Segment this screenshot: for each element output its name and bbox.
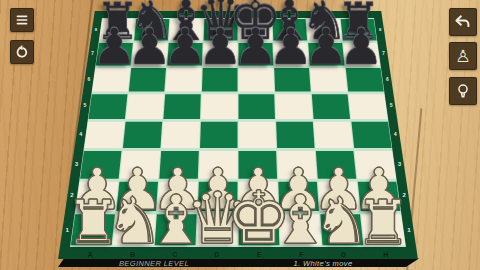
square-g6[interactable]: [0, 0, 480, 270]
square-a7[interactable]: [0, 0, 480, 270]
square-d4[interactable]: [0, 0, 480, 270]
square-g4[interactable]: [0, 0, 480, 270]
square-d7[interactable]: [0, 0, 480, 270]
board-grid: [0, 0, 480, 270]
square-d3[interactable]: [0, 0, 480, 270]
rank-label-1-left: 1: [65, 226, 68, 232]
square-e1[interactable]: [0, 0, 480, 270]
board-frame: [0, 0, 480, 270]
wood-seam-left: [60, 0, 94, 255]
square-c4[interactable]: [0, 0, 480, 270]
board-base: BEGINNER LEVEL 1. White's move: [0, 0, 480, 270]
piece-black-knight-b8[interactable]: ♞: [128, 0, 176, 48]
square-b4[interactable]: [0, 0, 480, 270]
square-b8[interactable]: [0, 0, 480, 270]
chess-board: ABCDEFGH1122334455667788: [0, 0, 480, 270]
rank-label-7-left: 7: [91, 52, 94, 57]
square-g7[interactable]: [0, 0, 480, 270]
square-e7[interactable]: [0, 0, 480, 270]
square-a6[interactable]: [0, 0, 480, 270]
square-h2[interactable]: [0, 0, 480, 270]
piece-black-rook-a8[interactable]: ♜: [95, 0, 141, 47]
piece-white-rook-h1[interactable]: ♜: [355, 192, 410, 253]
square-h7[interactable]: [0, 0, 480, 270]
piece-white-pawn-g2[interactable]: ♟: [313, 161, 364, 218]
square-b3[interactable]: [0, 0, 480, 270]
piece-white-pawn-c2[interactable]: ♟: [152, 161, 203, 218]
piece-black-pawn-b7[interactable]: ♟: [127, 22, 172, 72]
piece-white-pawn-e2[interactable]: ♟: [233, 161, 284, 218]
menu-button[interactable]: [10, 8, 34, 32]
square-e6[interactable]: [0, 0, 480, 270]
square-f4[interactable]: [0, 0, 480, 270]
piece-white-bishop-c1[interactable]: ♝: [146, 187, 206, 254]
square-a5[interactable]: [0, 0, 480, 270]
opponent-mode-button[interactable]: ♙: [449, 42, 477, 70]
piece-black-pawn-g7[interactable]: ♟: [304, 22, 349, 72]
square-h5[interactable]: [0, 0, 480, 270]
rank-label-3-left: 3: [75, 162, 78, 168]
app-screen: BEGINNER LEVEL 1. White's move ABCDEFGH1…: [0, 0, 480, 270]
piece-white-king-e1[interactable]: ♚: [226, 182, 291, 255]
square-b7[interactable]: [0, 0, 480, 270]
file-label-D: D: [214, 250, 219, 257]
move-indicator: 1. White's move: [293, 258, 352, 267]
square-e5[interactable]: [0, 0, 480, 270]
square-b5[interactable]: [0, 0, 480, 270]
piece-black-pawn-h7[interactable]: ♟: [339, 22, 384, 72]
piece-white-pawn-d2[interactable]: ♟: [192, 161, 243, 218]
file-label-G: G: [341, 250, 346, 257]
piece-white-knight-g1[interactable]: ♞: [313, 189, 371, 253]
square-c5[interactable]: [0, 0, 480, 270]
undo-button[interactable]: [449, 8, 477, 36]
piece-white-knight-b1[interactable]: ♞: [106, 189, 164, 253]
pieces-layer: ♜♞♝♛♚♝♞♜♟♟♟♟♟♟♟♟♟♟♟♟♟♟♟♟♜♞♝♛♚♝♞♜: [0, 0, 480, 270]
rank-label-7-right: 7: [382, 52, 385, 57]
square-f8[interactable]: [0, 0, 480, 270]
rank-label-6-left: 6: [87, 77, 90, 82]
rank-label-3-right: 3: [398, 162, 401, 168]
square-g1[interactable]: [0, 0, 480, 270]
level-label: BEGINNER LEVEL: [119, 258, 189, 267]
file-label-F: F: [299, 250, 303, 257]
square-c7[interactable]: [0, 0, 480, 270]
hamburger-icon: [14, 12, 30, 28]
square-e4[interactable]: [0, 0, 480, 270]
square-e2[interactable]: [0, 0, 480, 270]
square-d2[interactable]: [0, 0, 480, 270]
wood-seam-right: [406, 108, 423, 270]
square-b2[interactable]: [0, 0, 480, 270]
piece-black-bishop-f8[interactable]: ♝: [265, 0, 315, 48]
file-label-B: B: [130, 250, 135, 257]
square-c1[interactable]: [0, 0, 480, 270]
piece-white-bishop-f1[interactable]: ♝: [270, 187, 330, 254]
square-f5[interactable]: [0, 0, 480, 270]
piece-white-pawn-b2[interactable]: ♟: [112, 161, 163, 218]
piece-black-bishop-c8[interactable]: ♝: [161, 0, 211, 48]
square-e3[interactable]: [0, 0, 480, 270]
square-c2[interactable]: [0, 0, 480, 270]
square-d6[interactable]: [0, 0, 480, 270]
piece-black-pawn-d7[interactable]: ♟: [198, 22, 243, 72]
rank-label-2-right: 2: [402, 193, 405, 199]
square-d8[interactable]: [0, 0, 480, 270]
square-f1[interactable]: [0, 0, 480, 270]
square-h1[interactable]: [0, 0, 480, 270]
piece-black-pawn-c7[interactable]: ♟: [163, 22, 208, 72]
square-a2[interactable]: [0, 0, 480, 270]
square-c3[interactable]: [0, 0, 480, 270]
rank-label-8-left: 8: [95, 28, 97, 32]
undo-arrow-icon: [454, 13, 472, 31]
rotate-board-button[interactable]: [10, 40, 34, 64]
square-d5[interactable]: [0, 0, 480, 270]
piece-black-queen-d8[interactable]: ♛: [194, 0, 247, 49]
rank-label-4-right: 4: [394, 132, 397, 137]
piece-black-pawn-e7[interactable]: ♟: [233, 22, 278, 72]
piece-black-rook-h8[interactable]: ♜: [336, 0, 382, 47]
square-h4[interactable]: [0, 0, 480, 270]
square-a3[interactable]: [0, 0, 480, 270]
square-c8[interactable]: [0, 0, 480, 270]
square-g5[interactable]: [0, 0, 480, 270]
pawn-icon: ♙: [455, 48, 470, 65]
file-label-C: C: [172, 250, 177, 257]
square-a1[interactable]: [0, 0, 480, 270]
file-label-H: H: [383, 250, 388, 257]
rank-label-8-right: 8: [379, 28, 381, 32]
square-e8[interactable]: [0, 0, 480, 270]
piece-white-queen-d1[interactable]: ♛: [185, 183, 249, 254]
square-g8[interactable]: [0, 0, 480, 270]
rank-label-2-left: 2: [70, 193, 73, 199]
piece-white-pawn-h2[interactable]: ♟: [353, 161, 404, 218]
square-g2[interactable]: [0, 0, 480, 270]
square-b1[interactable]: [0, 0, 480, 270]
square-f2[interactable]: [0, 0, 480, 270]
square-b6[interactable]: [0, 0, 480, 270]
rotate-icon: [14, 44, 30, 60]
square-f7[interactable]: [0, 0, 480, 270]
square-h8[interactable]: [0, 0, 480, 270]
piece-white-pawn-f2[interactable]: ♟: [273, 161, 324, 218]
rank-label-5-right: 5: [390, 104, 393, 109]
square-d1[interactable]: [0, 0, 480, 270]
square-f6[interactable]: [0, 0, 480, 270]
piece-black-pawn-a7[interactable]: ♟: [92, 22, 137, 72]
file-label-A: A: [88, 250, 93, 257]
rank-label-5-left: 5: [83, 104, 86, 109]
lightbulb-icon: [454, 82, 472, 100]
square-a4[interactable]: [0, 0, 480, 270]
square-g3[interactable]: [0, 0, 480, 270]
square-f3[interactable]: [0, 0, 480, 270]
rank-label-4-left: 4: [79, 132, 82, 137]
rank-label-6-right: 6: [386, 77, 389, 82]
piece-black-pawn-f7[interactable]: ♟: [268, 22, 313, 72]
piece-black-king-e8[interactable]: ♚: [228, 0, 282, 49]
file-label-E: E: [257, 250, 262, 257]
square-c6[interactable]: [0, 0, 480, 270]
square-h3[interactable]: [0, 0, 480, 270]
square-a8[interactable]: [0, 0, 480, 270]
piece-white-rook-a1[interactable]: ♜: [66, 192, 121, 253]
piece-white-pawn-a2[interactable]: ♟: [72, 161, 123, 218]
piece-black-knight-g8[interactable]: ♞: [300, 0, 348, 48]
hint-button[interactable]: [449, 77, 477, 105]
square-h6[interactable]: [0, 0, 480, 270]
